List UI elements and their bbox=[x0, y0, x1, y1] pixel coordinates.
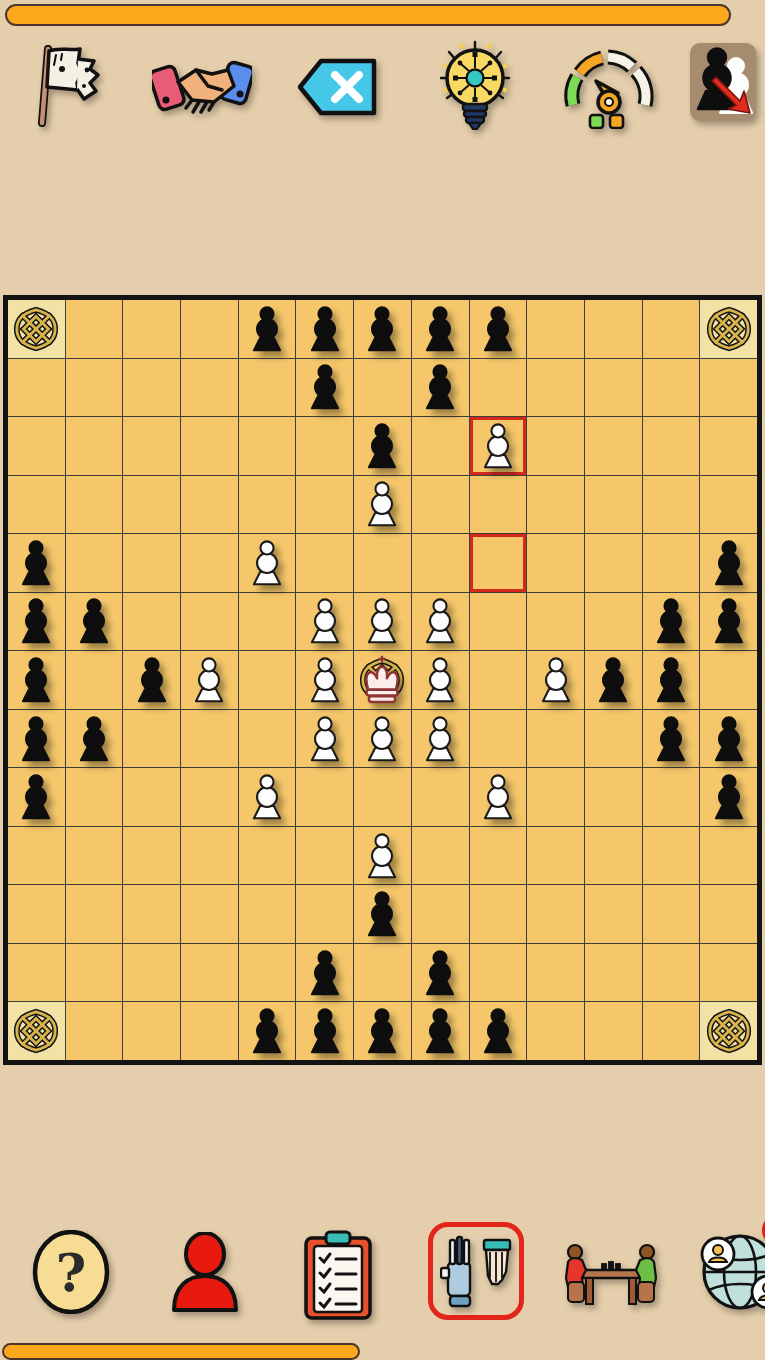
evaluation-gauge-icon[interactable] bbox=[560, 45, 656, 129]
cell-r9c4[interactable] bbox=[181, 768, 238, 826]
hint-bulb-icon[interactable] bbox=[433, 40, 517, 132]
white-defender-pawn[interactable] bbox=[418, 596, 462, 646]
cell-r8c1[interactable] bbox=[8, 710, 65, 768]
cell-r13c1[interactable] bbox=[8, 1002, 65, 1060]
cell-r9c1[interactable] bbox=[8, 768, 65, 826]
cell-r6c6[interactable] bbox=[296, 593, 353, 651]
resign-flag-icon[interactable] bbox=[32, 43, 114, 127]
cell-r3c1[interactable] bbox=[8, 417, 65, 475]
cell-r6c7[interactable] bbox=[354, 593, 411, 651]
cell-r10c2[interactable] bbox=[66, 827, 123, 885]
black-attacker-pawn[interactable] bbox=[360, 889, 404, 939]
cell-r5c7[interactable] bbox=[354, 534, 411, 592]
cell-r9c7[interactable] bbox=[354, 768, 411, 826]
cell-r4c7[interactable] bbox=[354, 476, 411, 534]
cell-r2c9[interactable] bbox=[470, 359, 527, 417]
cell-r3c5[interactable] bbox=[239, 417, 296, 475]
black-attacker-pawn[interactable] bbox=[476, 304, 520, 354]
cell-r12c11[interactable] bbox=[585, 944, 642, 1002]
cell-r11c1[interactable] bbox=[8, 885, 65, 943]
cell-r5c6[interactable] bbox=[296, 534, 353, 592]
cell-r13c2[interactable] bbox=[66, 1002, 123, 1060]
black-attacker-pawn[interactable] bbox=[303, 304, 347, 354]
cell-r1c9[interactable] bbox=[470, 300, 527, 358]
cell-r3c2[interactable] bbox=[66, 417, 123, 475]
black-attacker-pawn[interactable] bbox=[245, 1006, 289, 1056]
cell-r1c7[interactable] bbox=[354, 300, 411, 358]
cell-r7c9[interactable] bbox=[470, 651, 527, 709]
cell-r10c5[interactable] bbox=[239, 827, 296, 885]
cell-r1c3[interactable] bbox=[123, 300, 180, 358]
cell-r3c11[interactable] bbox=[585, 417, 642, 475]
cell-r1c2[interactable] bbox=[66, 300, 123, 358]
cell-r13c4[interactable] bbox=[181, 1002, 238, 1060]
cell-r7c8[interactable] bbox=[412, 651, 469, 709]
cell-r8c13[interactable] bbox=[700, 710, 757, 768]
cell-r3c12[interactable] bbox=[643, 417, 700, 475]
cell-r10c7[interactable] bbox=[354, 827, 411, 885]
cell-r13c13[interactable] bbox=[700, 1002, 757, 1060]
cell-r7c12[interactable] bbox=[643, 651, 700, 709]
black-attacker-pawn[interactable] bbox=[360, 304, 404, 354]
cell-r4c4[interactable] bbox=[181, 476, 238, 534]
cell-r1c11[interactable] bbox=[585, 300, 642, 358]
cell-r4c13[interactable] bbox=[700, 476, 757, 534]
local-two-player-icon[interactable] bbox=[562, 1240, 660, 1308]
black-attacker-pawn[interactable] bbox=[418, 1006, 462, 1056]
cell-r11c8[interactable] bbox=[412, 885, 469, 943]
cell-r10c11[interactable] bbox=[585, 827, 642, 885]
cell-r11c3[interactable] bbox=[123, 885, 180, 943]
black-attacker-pawn[interactable] bbox=[14, 538, 58, 588]
cell-r9c11[interactable] bbox=[585, 768, 642, 826]
cell-r1c4[interactable] bbox=[181, 300, 238, 358]
cell-r2c4[interactable] bbox=[181, 359, 238, 417]
cell-r9c12[interactable] bbox=[643, 768, 700, 826]
black-attacker-pawn[interactable] bbox=[707, 538, 751, 588]
white-defender-pawn[interactable] bbox=[245, 772, 289, 822]
cell-r1c10[interactable] bbox=[527, 300, 584, 358]
cell-r5c12[interactable] bbox=[643, 534, 700, 592]
bottom-progress-bar bbox=[2, 1343, 360, 1360]
white-defender-pawn[interactable] bbox=[360, 831, 404, 881]
cell-r13c12[interactable] bbox=[643, 1002, 700, 1060]
cell-r7c3[interactable] bbox=[123, 651, 180, 709]
black-attacker-pawn[interactable] bbox=[591, 655, 635, 705]
black-attacker-pawn[interactable] bbox=[14, 596, 58, 646]
cell-r5c5[interactable] bbox=[239, 534, 296, 592]
cell-r4c6[interactable] bbox=[296, 476, 353, 534]
black-attacker-pawn[interactable] bbox=[245, 304, 289, 354]
cell-r5c9[interactable] bbox=[470, 534, 527, 592]
cell-r7c13[interactable] bbox=[700, 651, 757, 709]
cell-r12c8[interactable] bbox=[412, 944, 469, 1002]
white-defender-pawn[interactable] bbox=[303, 596, 347, 646]
black-attacker-pawn[interactable] bbox=[707, 772, 751, 822]
cell-r11c6[interactable] bbox=[296, 885, 353, 943]
black-attacker-pawn[interactable] bbox=[418, 304, 462, 354]
cell-r7c2[interactable] bbox=[66, 651, 123, 709]
cell-r3c6[interactable] bbox=[296, 417, 353, 475]
cell-r10c8[interactable] bbox=[412, 827, 469, 885]
black-attacker-pawn[interactable] bbox=[360, 1006, 404, 1056]
cell-r3c7[interactable] bbox=[354, 417, 411, 475]
white-defender-pawn[interactable] bbox=[418, 714, 462, 764]
cell-r6c3[interactable] bbox=[123, 593, 180, 651]
black-attacker-pawn[interactable] bbox=[476, 1006, 520, 1056]
cell-r2c10[interactable] bbox=[527, 359, 584, 417]
cell-r9c13[interactable] bbox=[700, 768, 757, 826]
cell-r2c13[interactable] bbox=[700, 359, 757, 417]
black-attacker-pawn[interactable] bbox=[303, 1006, 347, 1056]
cell-r9c6[interactable] bbox=[296, 768, 353, 826]
cell-r12c4[interactable] bbox=[181, 944, 238, 1002]
cell-r10c10[interactable] bbox=[527, 827, 584, 885]
cell-r2c8[interactable] bbox=[412, 359, 469, 417]
black-attacker-pawn[interactable] bbox=[649, 655, 693, 705]
cell-r4c8[interactable] bbox=[412, 476, 469, 534]
cell-r6c5[interactable] bbox=[239, 593, 296, 651]
cell-r8c8[interactable] bbox=[412, 710, 469, 768]
vs-computer-icon[interactable] bbox=[440, 1232, 514, 1312]
cell-r13c11[interactable] bbox=[585, 1002, 642, 1060]
cell-r11c9[interactable] bbox=[470, 885, 527, 943]
black-attacker-pawn[interactable] bbox=[418, 362, 462, 412]
white-defender-pawn[interactable] bbox=[303, 655, 347, 705]
cell-r6c4[interactable] bbox=[181, 593, 238, 651]
cell-r6c8[interactable] bbox=[412, 593, 469, 651]
cell-r6c13[interactable] bbox=[700, 593, 757, 651]
cell-r4c12[interactable] bbox=[643, 476, 700, 534]
cell-r8c2[interactable] bbox=[66, 710, 123, 768]
cell-r1c13[interactable] bbox=[700, 300, 757, 358]
cell-r6c11[interactable] bbox=[585, 593, 642, 651]
black-attacker-pawn[interactable] bbox=[303, 948, 347, 998]
cell-r4c5[interactable] bbox=[239, 476, 296, 534]
black-attacker-pawn[interactable] bbox=[72, 596, 116, 646]
cell-r8c3[interactable] bbox=[123, 710, 180, 768]
black-attacker-pawn[interactable] bbox=[14, 772, 58, 822]
profile-icon[interactable] bbox=[168, 1232, 242, 1314]
cell-r4c11[interactable] bbox=[585, 476, 642, 534]
black-attacker-pawn[interactable] bbox=[707, 596, 751, 646]
cell-r13c3[interactable] bbox=[123, 1002, 180, 1060]
cell-r3c4[interactable] bbox=[181, 417, 238, 475]
cell-r8c10[interactable] bbox=[527, 710, 584, 768]
cell-r7c6[interactable] bbox=[296, 651, 353, 709]
cell-r11c4[interactable] bbox=[181, 885, 238, 943]
white-defender-pawn[interactable] bbox=[360, 479, 404, 529]
black-attacker-pawn[interactable] bbox=[649, 714, 693, 764]
cell-r8c11[interactable] bbox=[585, 710, 642, 768]
white-defender-pawn[interactable] bbox=[476, 421, 520, 471]
online-play-icon[interactable] bbox=[688, 1210, 765, 1320]
cell-r2c6[interactable] bbox=[296, 359, 353, 417]
cell-r2c3[interactable] bbox=[123, 359, 180, 417]
cell-r8c6[interactable] bbox=[296, 710, 353, 768]
cell-r7c10[interactable] bbox=[527, 651, 584, 709]
cell-r12c5[interactable] bbox=[239, 944, 296, 1002]
black-attacker-pawn[interactable] bbox=[303, 362, 347, 412]
white-defender-pawn[interactable] bbox=[303, 714, 347, 764]
white-defender-pawn[interactable] bbox=[245, 538, 289, 588]
cell-r12c6[interactable] bbox=[296, 944, 353, 1002]
cell-r13c5[interactable] bbox=[239, 1002, 296, 1060]
black-attacker-pawn[interactable] bbox=[72, 714, 116, 764]
cell-r1c5[interactable] bbox=[239, 300, 296, 358]
black-attacker-pawn[interactable] bbox=[130, 655, 174, 705]
cell-r2c12[interactable] bbox=[643, 359, 700, 417]
cell-r13c7[interactable] bbox=[354, 1002, 411, 1060]
cell-r12c13[interactable] bbox=[700, 944, 757, 1002]
cell-r6c1[interactable] bbox=[8, 593, 65, 651]
black-attacker-pawn[interactable] bbox=[418, 948, 462, 998]
cell-r3c8[interactable] bbox=[412, 417, 469, 475]
cell-r10c4[interactable] bbox=[181, 827, 238, 885]
help-icon[interactable]: ? bbox=[32, 1230, 110, 1314]
cell-r11c7[interactable] bbox=[354, 885, 411, 943]
cell-r2c7[interactable] bbox=[354, 359, 411, 417]
cell-r6c2[interactable] bbox=[66, 593, 123, 651]
cell-r5c1[interactable] bbox=[8, 534, 65, 592]
cell-r12c7[interactable] bbox=[354, 944, 411, 1002]
cell-r11c13[interactable] bbox=[700, 885, 757, 943]
cell-r6c12[interactable] bbox=[643, 593, 700, 651]
cell-r10c3[interactable] bbox=[123, 827, 180, 885]
cell-r6c9[interactable] bbox=[470, 593, 527, 651]
cell-r13c8[interactable] bbox=[412, 1002, 469, 1060]
cell-r11c10[interactable] bbox=[527, 885, 584, 943]
cell-r10c9[interactable] bbox=[470, 827, 527, 885]
cell-r9c10[interactable] bbox=[527, 768, 584, 826]
white-defender-pawn[interactable] bbox=[476, 772, 520, 822]
cell-r5c13[interactable] bbox=[700, 534, 757, 592]
tasks-clipboard-icon[interactable] bbox=[300, 1228, 376, 1322]
help-question-mark: ? bbox=[32, 1230, 110, 1314]
cell-r9c8[interactable] bbox=[412, 768, 469, 826]
cell-r5c4[interactable] bbox=[181, 534, 238, 592]
cell-r1c12[interactable] bbox=[643, 300, 700, 358]
cell-r8c4[interactable] bbox=[181, 710, 238, 768]
white-defender-pawn[interactable] bbox=[187, 655, 231, 705]
cell-r12c10[interactable] bbox=[527, 944, 584, 1002]
black-attacker-pawn[interactable] bbox=[14, 714, 58, 764]
cell-r9c3[interactable] bbox=[123, 768, 180, 826]
cell-r7c1[interactable] bbox=[8, 651, 65, 709]
cell-r12c9[interactable] bbox=[470, 944, 527, 1002]
cell-r3c10[interactable] bbox=[527, 417, 584, 475]
cell-r10c6[interactable] bbox=[296, 827, 353, 885]
cell-r10c12[interactable] bbox=[643, 827, 700, 885]
cell-r8c7[interactable] bbox=[354, 710, 411, 768]
cell-r4c3[interactable] bbox=[123, 476, 180, 534]
cell-r7c7[interactable] bbox=[354, 651, 411, 709]
white-defender-pawn[interactable] bbox=[360, 714, 404, 764]
cell-r5c3[interactable] bbox=[123, 534, 180, 592]
cell-r8c9[interactable] bbox=[470, 710, 527, 768]
top-status-bar bbox=[5, 4, 731, 26]
cell-r4c1[interactable] bbox=[8, 476, 65, 534]
cell-r8c12[interactable] bbox=[643, 710, 700, 768]
cell-r9c2[interactable] bbox=[66, 768, 123, 826]
cell-r2c11[interactable] bbox=[585, 359, 642, 417]
draw-handshake-icon[interactable] bbox=[152, 52, 252, 124]
cell-r2c1[interactable] bbox=[8, 359, 65, 417]
cell-r2c2[interactable] bbox=[66, 359, 123, 417]
cell-r4c2[interactable] bbox=[66, 476, 123, 534]
cell-r4c10[interactable] bbox=[527, 476, 584, 534]
cell-r1c1[interactable] bbox=[8, 300, 65, 358]
cell-r7c5[interactable] bbox=[239, 651, 296, 709]
black-attacker-pawn[interactable] bbox=[707, 714, 751, 764]
cell-r12c3[interactable] bbox=[123, 944, 180, 1002]
cell-r5c11[interactable] bbox=[585, 534, 642, 592]
undo-backspace-icon[interactable] bbox=[295, 55, 379, 119]
cell-r9c5[interactable] bbox=[239, 768, 296, 826]
cell-r7c11[interactable] bbox=[585, 651, 642, 709]
cell-r11c11[interactable] bbox=[585, 885, 642, 943]
cell-r8c5[interactable] bbox=[239, 710, 296, 768]
cell-r13c9[interactable] bbox=[470, 1002, 527, 1060]
cell-r3c13[interactable] bbox=[700, 417, 757, 475]
turn-indicator-icon[interactable] bbox=[690, 43, 756, 121]
cell-r1c8[interactable] bbox=[412, 300, 469, 358]
black-attacker-pawn[interactable] bbox=[14, 655, 58, 705]
cell-r13c6[interactable] bbox=[296, 1002, 353, 1060]
cell-r7c4[interactable] bbox=[181, 651, 238, 709]
cell-r4c9[interactable] bbox=[470, 476, 527, 534]
cell-r1c6[interactable] bbox=[296, 300, 353, 358]
cell-r2c5[interactable] bbox=[239, 359, 296, 417]
cell-r3c9[interactable] bbox=[470, 417, 527, 475]
cell-r11c12[interactable] bbox=[643, 885, 700, 943]
cell-r13c10[interactable] bbox=[527, 1002, 584, 1060]
white-defender-pawn[interactable] bbox=[534, 655, 578, 705]
cell-r5c2[interactable] bbox=[66, 534, 123, 592]
white-king[interactable] bbox=[356, 654, 408, 706]
cell-r10c1[interactable] bbox=[8, 827, 65, 885]
cell-r5c8[interactable] bbox=[412, 534, 469, 592]
cell-r3c3[interactable] bbox=[123, 417, 180, 475]
cell-r10c13[interactable] bbox=[700, 827, 757, 885]
cell-r12c1[interactable] bbox=[8, 944, 65, 1002]
cell-r9c9[interactable] bbox=[470, 768, 527, 826]
cell-r12c2[interactable] bbox=[66, 944, 123, 1002]
cell-r5c10[interactable] bbox=[527, 534, 584, 592]
cell-r6c10[interactable] bbox=[527, 593, 584, 651]
board-grid bbox=[8, 300, 757, 1060]
cell-r12c12[interactable] bbox=[643, 944, 700, 1002]
cell-r11c5[interactable] bbox=[239, 885, 296, 943]
white-defender-pawn[interactable] bbox=[418, 655, 462, 705]
cell-r11c2[interactable] bbox=[66, 885, 123, 943]
hnefatafl-board bbox=[3, 295, 762, 1065]
black-attacker-pawn[interactable] bbox=[649, 596, 693, 646]
black-attacker-pawn[interactable] bbox=[360, 421, 404, 471]
white-defender-pawn[interactable] bbox=[360, 596, 404, 646]
